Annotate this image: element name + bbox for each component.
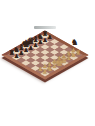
- display-knight: ♞: [71, 39, 78, 47]
- watermark-bar: [34, 26, 56, 29]
- product-photo[interactable]: ♜♟♟♜♞♟♟♞♝♟♟♝♛♟♟♛♚♟♟♚♝♟♟♝♞♟♟♞♜♟♟♜ ♞: [0, 0, 95, 126]
